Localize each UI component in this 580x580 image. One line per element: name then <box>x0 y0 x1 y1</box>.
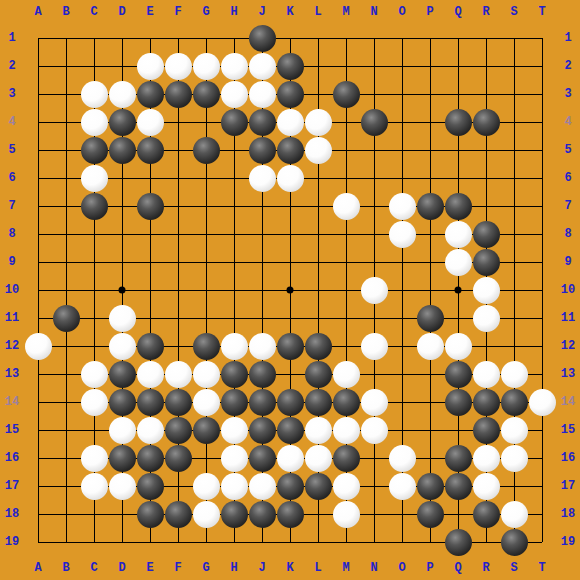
intersection-B10[interactable] <box>52 276 80 304</box>
intersection-D10[interactable] <box>108 276 136 304</box>
intersection-G8[interactable] <box>192 220 220 248</box>
intersection-H16[interactable] <box>220 444 248 472</box>
intersection-R18[interactable] <box>472 500 500 528</box>
intersection-K8[interactable] <box>276 220 304 248</box>
intersection-P11[interactable] <box>416 304 444 332</box>
intersection-E4[interactable] <box>136 108 164 136</box>
intersection-H2[interactable] <box>220 52 248 80</box>
intersection-R15[interactable] <box>472 416 500 444</box>
intersection-L18[interactable] <box>304 500 332 528</box>
intersection-D9[interactable] <box>108 248 136 276</box>
intersection-M18[interactable] <box>332 500 360 528</box>
intersection-H8[interactable] <box>220 220 248 248</box>
intersection-L2[interactable] <box>304 52 332 80</box>
intersection-T6[interactable] <box>528 164 556 192</box>
intersection-F3[interactable] <box>164 80 192 108</box>
intersection-L4[interactable] <box>304 108 332 136</box>
intersection-J13[interactable] <box>248 360 276 388</box>
intersection-L1[interactable] <box>304 24 332 52</box>
intersection-K3[interactable] <box>276 80 304 108</box>
intersection-O10[interactable] <box>388 276 416 304</box>
intersection-J5[interactable] <box>248 136 276 164</box>
intersection-T10[interactable] <box>528 276 556 304</box>
intersection-M11[interactable] <box>332 304 360 332</box>
intersection-H10[interactable] <box>220 276 248 304</box>
intersection-G9[interactable] <box>192 248 220 276</box>
intersection-D4[interactable] <box>108 108 136 136</box>
intersection-Q2[interactable] <box>444 52 472 80</box>
intersection-S16[interactable] <box>500 444 528 472</box>
intersection-P4[interactable] <box>416 108 444 136</box>
intersection-G18[interactable] <box>192 500 220 528</box>
intersection-E7[interactable] <box>136 192 164 220</box>
intersection-Q19[interactable] <box>444 528 472 556</box>
intersection-B15[interactable] <box>52 416 80 444</box>
intersection-H6[interactable] <box>220 164 248 192</box>
intersection-N7[interactable] <box>360 192 388 220</box>
intersection-R12[interactable] <box>472 332 500 360</box>
intersection-C1[interactable] <box>80 24 108 52</box>
intersection-G10[interactable] <box>192 276 220 304</box>
intersection-R13[interactable] <box>472 360 500 388</box>
intersection-R8[interactable] <box>472 220 500 248</box>
intersection-K5[interactable] <box>276 136 304 164</box>
intersection-R5[interactable] <box>472 136 500 164</box>
intersection-Q5[interactable] <box>444 136 472 164</box>
intersection-T14[interactable] <box>528 388 556 416</box>
intersection-M5[interactable] <box>332 136 360 164</box>
intersection-N3[interactable] <box>360 80 388 108</box>
intersection-M14[interactable] <box>332 388 360 416</box>
intersection-O1[interactable] <box>388 24 416 52</box>
intersection-J3[interactable] <box>248 80 276 108</box>
intersection-K9[interactable] <box>276 248 304 276</box>
intersection-C12[interactable] <box>80 332 108 360</box>
intersection-K18[interactable] <box>276 500 304 528</box>
intersection-J10[interactable] <box>248 276 276 304</box>
intersection-N17[interactable] <box>360 472 388 500</box>
intersection-K7[interactable] <box>276 192 304 220</box>
intersection-E1[interactable] <box>136 24 164 52</box>
intersection-T1[interactable] <box>528 24 556 52</box>
intersection-Q9[interactable] <box>444 248 472 276</box>
intersection-C16[interactable] <box>80 444 108 472</box>
intersection-F19[interactable] <box>164 528 192 556</box>
intersection-B8[interactable] <box>52 220 80 248</box>
intersection-K1[interactable] <box>276 24 304 52</box>
intersection-S1[interactable] <box>500 24 528 52</box>
intersection-C9[interactable] <box>80 248 108 276</box>
intersection-L16[interactable] <box>304 444 332 472</box>
intersection-K13[interactable] <box>276 360 304 388</box>
intersection-F1[interactable] <box>164 24 192 52</box>
intersection-D7[interactable] <box>108 192 136 220</box>
intersection-P14[interactable] <box>416 388 444 416</box>
intersection-O6[interactable] <box>388 164 416 192</box>
intersection-F10[interactable] <box>164 276 192 304</box>
intersection-N2[interactable] <box>360 52 388 80</box>
intersection-T5[interactable] <box>528 136 556 164</box>
intersection-A12[interactable] <box>24 332 52 360</box>
intersection-E13[interactable] <box>136 360 164 388</box>
intersection-H12[interactable] <box>220 332 248 360</box>
intersection-N12[interactable] <box>360 332 388 360</box>
intersection-O3[interactable] <box>388 80 416 108</box>
intersection-N1[interactable] <box>360 24 388 52</box>
intersection-B3[interactable] <box>52 80 80 108</box>
intersection-O19[interactable] <box>388 528 416 556</box>
intersection-A2[interactable] <box>24 52 52 80</box>
intersection-T18[interactable] <box>528 500 556 528</box>
intersection-J18[interactable] <box>248 500 276 528</box>
intersection-B13[interactable] <box>52 360 80 388</box>
intersection-L13[interactable] <box>304 360 332 388</box>
intersection-Q3[interactable] <box>444 80 472 108</box>
intersection-E12[interactable] <box>136 332 164 360</box>
intersection-P6[interactable] <box>416 164 444 192</box>
intersection-R16[interactable] <box>472 444 500 472</box>
intersection-K19[interactable] <box>276 528 304 556</box>
intersection-J16[interactable] <box>248 444 276 472</box>
intersection-E3[interactable] <box>136 80 164 108</box>
intersection-M17[interactable] <box>332 472 360 500</box>
intersection-M9[interactable] <box>332 248 360 276</box>
intersection-A10[interactable] <box>24 276 52 304</box>
intersection-K11[interactable] <box>276 304 304 332</box>
intersection-L19[interactable] <box>304 528 332 556</box>
intersection-T12[interactable] <box>528 332 556 360</box>
intersection-L14[interactable] <box>304 388 332 416</box>
intersection-A15[interactable] <box>24 416 52 444</box>
intersection-K2[interactable] <box>276 52 304 80</box>
intersection-J6[interactable] <box>248 164 276 192</box>
intersection-K10[interactable] <box>276 276 304 304</box>
intersection-H1[interactable] <box>220 24 248 52</box>
intersection-C19[interactable] <box>80 528 108 556</box>
intersection-O4[interactable] <box>388 108 416 136</box>
intersection-C17[interactable] <box>80 472 108 500</box>
intersection-T17[interactable] <box>528 472 556 500</box>
intersection-O5[interactable] <box>388 136 416 164</box>
intersection-P18[interactable] <box>416 500 444 528</box>
intersection-C3[interactable] <box>80 80 108 108</box>
intersection-C13[interactable] <box>80 360 108 388</box>
intersection-P17[interactable] <box>416 472 444 500</box>
intersection-A18[interactable] <box>24 500 52 528</box>
intersection-O14[interactable] <box>388 388 416 416</box>
intersection-D1[interactable] <box>108 24 136 52</box>
intersection-J8[interactable] <box>248 220 276 248</box>
intersection-J14[interactable] <box>248 388 276 416</box>
intersection-B7[interactable] <box>52 192 80 220</box>
intersection-P5[interactable] <box>416 136 444 164</box>
intersection-R10[interactable] <box>472 276 500 304</box>
intersection-G2[interactable] <box>192 52 220 80</box>
intersection-D6[interactable] <box>108 164 136 192</box>
intersection-A13[interactable] <box>24 360 52 388</box>
intersection-Q6[interactable] <box>444 164 472 192</box>
intersection-B17[interactable] <box>52 472 80 500</box>
intersection-P9[interactable] <box>416 248 444 276</box>
intersection-G13[interactable] <box>192 360 220 388</box>
intersection-T16[interactable] <box>528 444 556 472</box>
intersection-R19[interactable] <box>472 528 500 556</box>
intersection-E10[interactable] <box>136 276 164 304</box>
intersection-B12[interactable] <box>52 332 80 360</box>
intersection-A16[interactable] <box>24 444 52 472</box>
intersection-K17[interactable] <box>276 472 304 500</box>
intersection-S3[interactable] <box>500 80 528 108</box>
intersection-G4[interactable] <box>192 108 220 136</box>
intersection-A9[interactable] <box>24 248 52 276</box>
intersection-S17[interactable] <box>500 472 528 500</box>
intersection-E11[interactable] <box>136 304 164 332</box>
intersection-Q10[interactable] <box>444 276 472 304</box>
intersection-H11[interactable] <box>220 304 248 332</box>
intersection-C14[interactable] <box>80 388 108 416</box>
intersection-E6[interactable] <box>136 164 164 192</box>
intersection-G7[interactable] <box>192 192 220 220</box>
intersection-J1[interactable] <box>248 24 276 52</box>
intersection-F13[interactable] <box>164 360 192 388</box>
intersection-C2[interactable] <box>80 52 108 80</box>
intersection-B18[interactable] <box>52 500 80 528</box>
intersection-S4[interactable] <box>500 108 528 136</box>
intersection-D13[interactable] <box>108 360 136 388</box>
intersection-O16[interactable] <box>388 444 416 472</box>
intersection-R4[interactable] <box>472 108 500 136</box>
intersection-G1[interactable] <box>192 24 220 52</box>
intersection-B11[interactable] <box>52 304 80 332</box>
intersection-F18[interactable] <box>164 500 192 528</box>
intersection-E5[interactable] <box>136 136 164 164</box>
intersection-S15[interactable] <box>500 416 528 444</box>
intersection-A5[interactable] <box>24 136 52 164</box>
intersection-G15[interactable] <box>192 416 220 444</box>
intersection-B2[interactable] <box>52 52 80 80</box>
intersection-G12[interactable] <box>192 332 220 360</box>
intersection-H15[interactable] <box>220 416 248 444</box>
intersection-B19[interactable] <box>52 528 80 556</box>
intersection-E14[interactable] <box>136 388 164 416</box>
intersection-L8[interactable] <box>304 220 332 248</box>
intersection-E15[interactable] <box>136 416 164 444</box>
intersection-D5[interactable] <box>108 136 136 164</box>
intersection-R11[interactable] <box>472 304 500 332</box>
intersection-F11[interactable] <box>164 304 192 332</box>
intersection-N13[interactable] <box>360 360 388 388</box>
intersection-D14[interactable] <box>108 388 136 416</box>
intersection-O12[interactable] <box>388 332 416 360</box>
intersection-D19[interactable] <box>108 528 136 556</box>
intersection-T11[interactable] <box>528 304 556 332</box>
intersection-T2[interactable] <box>528 52 556 80</box>
intersection-L10[interactable] <box>304 276 332 304</box>
intersection-L5[interactable] <box>304 136 332 164</box>
intersection-R6[interactable] <box>472 164 500 192</box>
intersection-H9[interactable] <box>220 248 248 276</box>
intersection-J11[interactable] <box>248 304 276 332</box>
intersection-B1[interactable] <box>52 24 80 52</box>
intersection-Q12[interactable] <box>444 332 472 360</box>
intersection-R9[interactable] <box>472 248 500 276</box>
intersection-N6[interactable] <box>360 164 388 192</box>
intersection-G19[interactable] <box>192 528 220 556</box>
intersection-H7[interactable] <box>220 192 248 220</box>
intersection-P12[interactable] <box>416 332 444 360</box>
intersection-N18[interactable] <box>360 500 388 528</box>
intersection-M7[interactable] <box>332 192 360 220</box>
intersection-F8[interactable] <box>164 220 192 248</box>
intersection-L9[interactable] <box>304 248 332 276</box>
intersection-R14[interactable] <box>472 388 500 416</box>
intersection-E19[interactable] <box>136 528 164 556</box>
intersection-S18[interactable] <box>500 500 528 528</box>
intersection-N8[interactable] <box>360 220 388 248</box>
intersection-C4[interactable] <box>80 108 108 136</box>
intersection-J2[interactable] <box>248 52 276 80</box>
intersection-Q18[interactable] <box>444 500 472 528</box>
intersection-Q16[interactable] <box>444 444 472 472</box>
intersection-K14[interactable] <box>276 388 304 416</box>
intersection-H18[interactable] <box>220 500 248 528</box>
intersection-F16[interactable] <box>164 444 192 472</box>
intersection-T7[interactable] <box>528 192 556 220</box>
intersection-D12[interactable] <box>108 332 136 360</box>
intersection-O13[interactable] <box>388 360 416 388</box>
intersection-F7[interactable] <box>164 192 192 220</box>
intersection-P3[interactable] <box>416 80 444 108</box>
intersection-C11[interactable] <box>80 304 108 332</box>
intersection-Q11[interactable] <box>444 304 472 332</box>
intersection-M12[interactable] <box>332 332 360 360</box>
intersection-Q7[interactable] <box>444 192 472 220</box>
intersection-F12[interactable] <box>164 332 192 360</box>
intersection-P7[interactable] <box>416 192 444 220</box>
intersection-K16[interactable] <box>276 444 304 472</box>
intersection-F14[interactable] <box>164 388 192 416</box>
intersection-N10[interactable] <box>360 276 388 304</box>
intersection-K6[interactable] <box>276 164 304 192</box>
intersection-F4[interactable] <box>164 108 192 136</box>
intersection-C15[interactable] <box>80 416 108 444</box>
intersection-N15[interactable] <box>360 416 388 444</box>
intersection-E2[interactable] <box>136 52 164 80</box>
intersection-O7[interactable] <box>388 192 416 220</box>
intersection-S2[interactable] <box>500 52 528 80</box>
intersection-D16[interactable] <box>108 444 136 472</box>
intersection-A19[interactable] <box>24 528 52 556</box>
intersection-R3[interactable] <box>472 80 500 108</box>
intersection-N9[interactable] <box>360 248 388 276</box>
intersection-L15[interactable] <box>304 416 332 444</box>
intersection-M13[interactable] <box>332 360 360 388</box>
intersection-Q14[interactable] <box>444 388 472 416</box>
intersection-M8[interactable] <box>332 220 360 248</box>
intersection-O2[interactable] <box>388 52 416 80</box>
intersection-D15[interactable] <box>108 416 136 444</box>
intersection-A1[interactable] <box>24 24 52 52</box>
intersection-P8[interactable] <box>416 220 444 248</box>
intersection-S13[interactable] <box>500 360 528 388</box>
intersection-M16[interactable] <box>332 444 360 472</box>
intersection-H17[interactable] <box>220 472 248 500</box>
intersection-P1[interactable] <box>416 24 444 52</box>
intersection-R2[interactable] <box>472 52 500 80</box>
intersection-M10[interactable] <box>332 276 360 304</box>
intersection-C5[interactable] <box>80 136 108 164</box>
intersection-F5[interactable] <box>164 136 192 164</box>
intersection-J9[interactable] <box>248 248 276 276</box>
intersection-T13[interactable] <box>528 360 556 388</box>
intersection-P13[interactable] <box>416 360 444 388</box>
intersection-E9[interactable] <box>136 248 164 276</box>
intersection-M15[interactable] <box>332 416 360 444</box>
intersection-B6[interactable] <box>52 164 80 192</box>
intersection-C7[interactable] <box>80 192 108 220</box>
intersection-L12[interactable] <box>304 332 332 360</box>
intersection-G6[interactable] <box>192 164 220 192</box>
intersection-S19[interactable] <box>500 528 528 556</box>
intersection-Q1[interactable] <box>444 24 472 52</box>
intersection-L17[interactable] <box>304 472 332 500</box>
intersection-N14[interactable] <box>360 388 388 416</box>
intersection-H3[interactable] <box>220 80 248 108</box>
intersection-T3[interactable] <box>528 80 556 108</box>
intersection-O17[interactable] <box>388 472 416 500</box>
intersection-G11[interactable] <box>192 304 220 332</box>
intersection-L11[interactable] <box>304 304 332 332</box>
intersection-A7[interactable] <box>24 192 52 220</box>
intersection-P19[interactable] <box>416 528 444 556</box>
intersection-K15[interactable] <box>276 416 304 444</box>
intersection-N4[interactable] <box>360 108 388 136</box>
intersection-M4[interactable] <box>332 108 360 136</box>
intersection-D2[interactable] <box>108 52 136 80</box>
intersection-Q15[interactable] <box>444 416 472 444</box>
intersection-J15[interactable] <box>248 416 276 444</box>
intersection-Q17[interactable] <box>444 472 472 500</box>
intersection-R17[interactable] <box>472 472 500 500</box>
intersection-A3[interactable] <box>24 80 52 108</box>
intersection-F9[interactable] <box>164 248 192 276</box>
intersection-T4[interactable] <box>528 108 556 136</box>
intersection-M1[interactable] <box>332 24 360 52</box>
intersection-L6[interactable] <box>304 164 332 192</box>
intersection-D18[interactable] <box>108 500 136 528</box>
intersection-H14[interactable] <box>220 388 248 416</box>
intersection-O9[interactable] <box>388 248 416 276</box>
intersection-F6[interactable] <box>164 164 192 192</box>
intersection-P16[interactable] <box>416 444 444 472</box>
intersection-J19[interactable] <box>248 528 276 556</box>
intersection-T8[interactable] <box>528 220 556 248</box>
intersection-K4[interactable] <box>276 108 304 136</box>
intersection-G3[interactable] <box>192 80 220 108</box>
intersection-Q13[interactable] <box>444 360 472 388</box>
intersection-O18[interactable] <box>388 500 416 528</box>
intersection-S14[interactable] <box>500 388 528 416</box>
intersection-D17[interactable] <box>108 472 136 500</box>
intersection-D11[interactable] <box>108 304 136 332</box>
intersection-S10[interactable] <box>500 276 528 304</box>
intersection-H19[interactable] <box>220 528 248 556</box>
intersection-D3[interactable] <box>108 80 136 108</box>
intersection-S12[interactable] <box>500 332 528 360</box>
intersection-E18[interactable] <box>136 500 164 528</box>
intersection-P2[interactable] <box>416 52 444 80</box>
intersection-L7[interactable] <box>304 192 332 220</box>
